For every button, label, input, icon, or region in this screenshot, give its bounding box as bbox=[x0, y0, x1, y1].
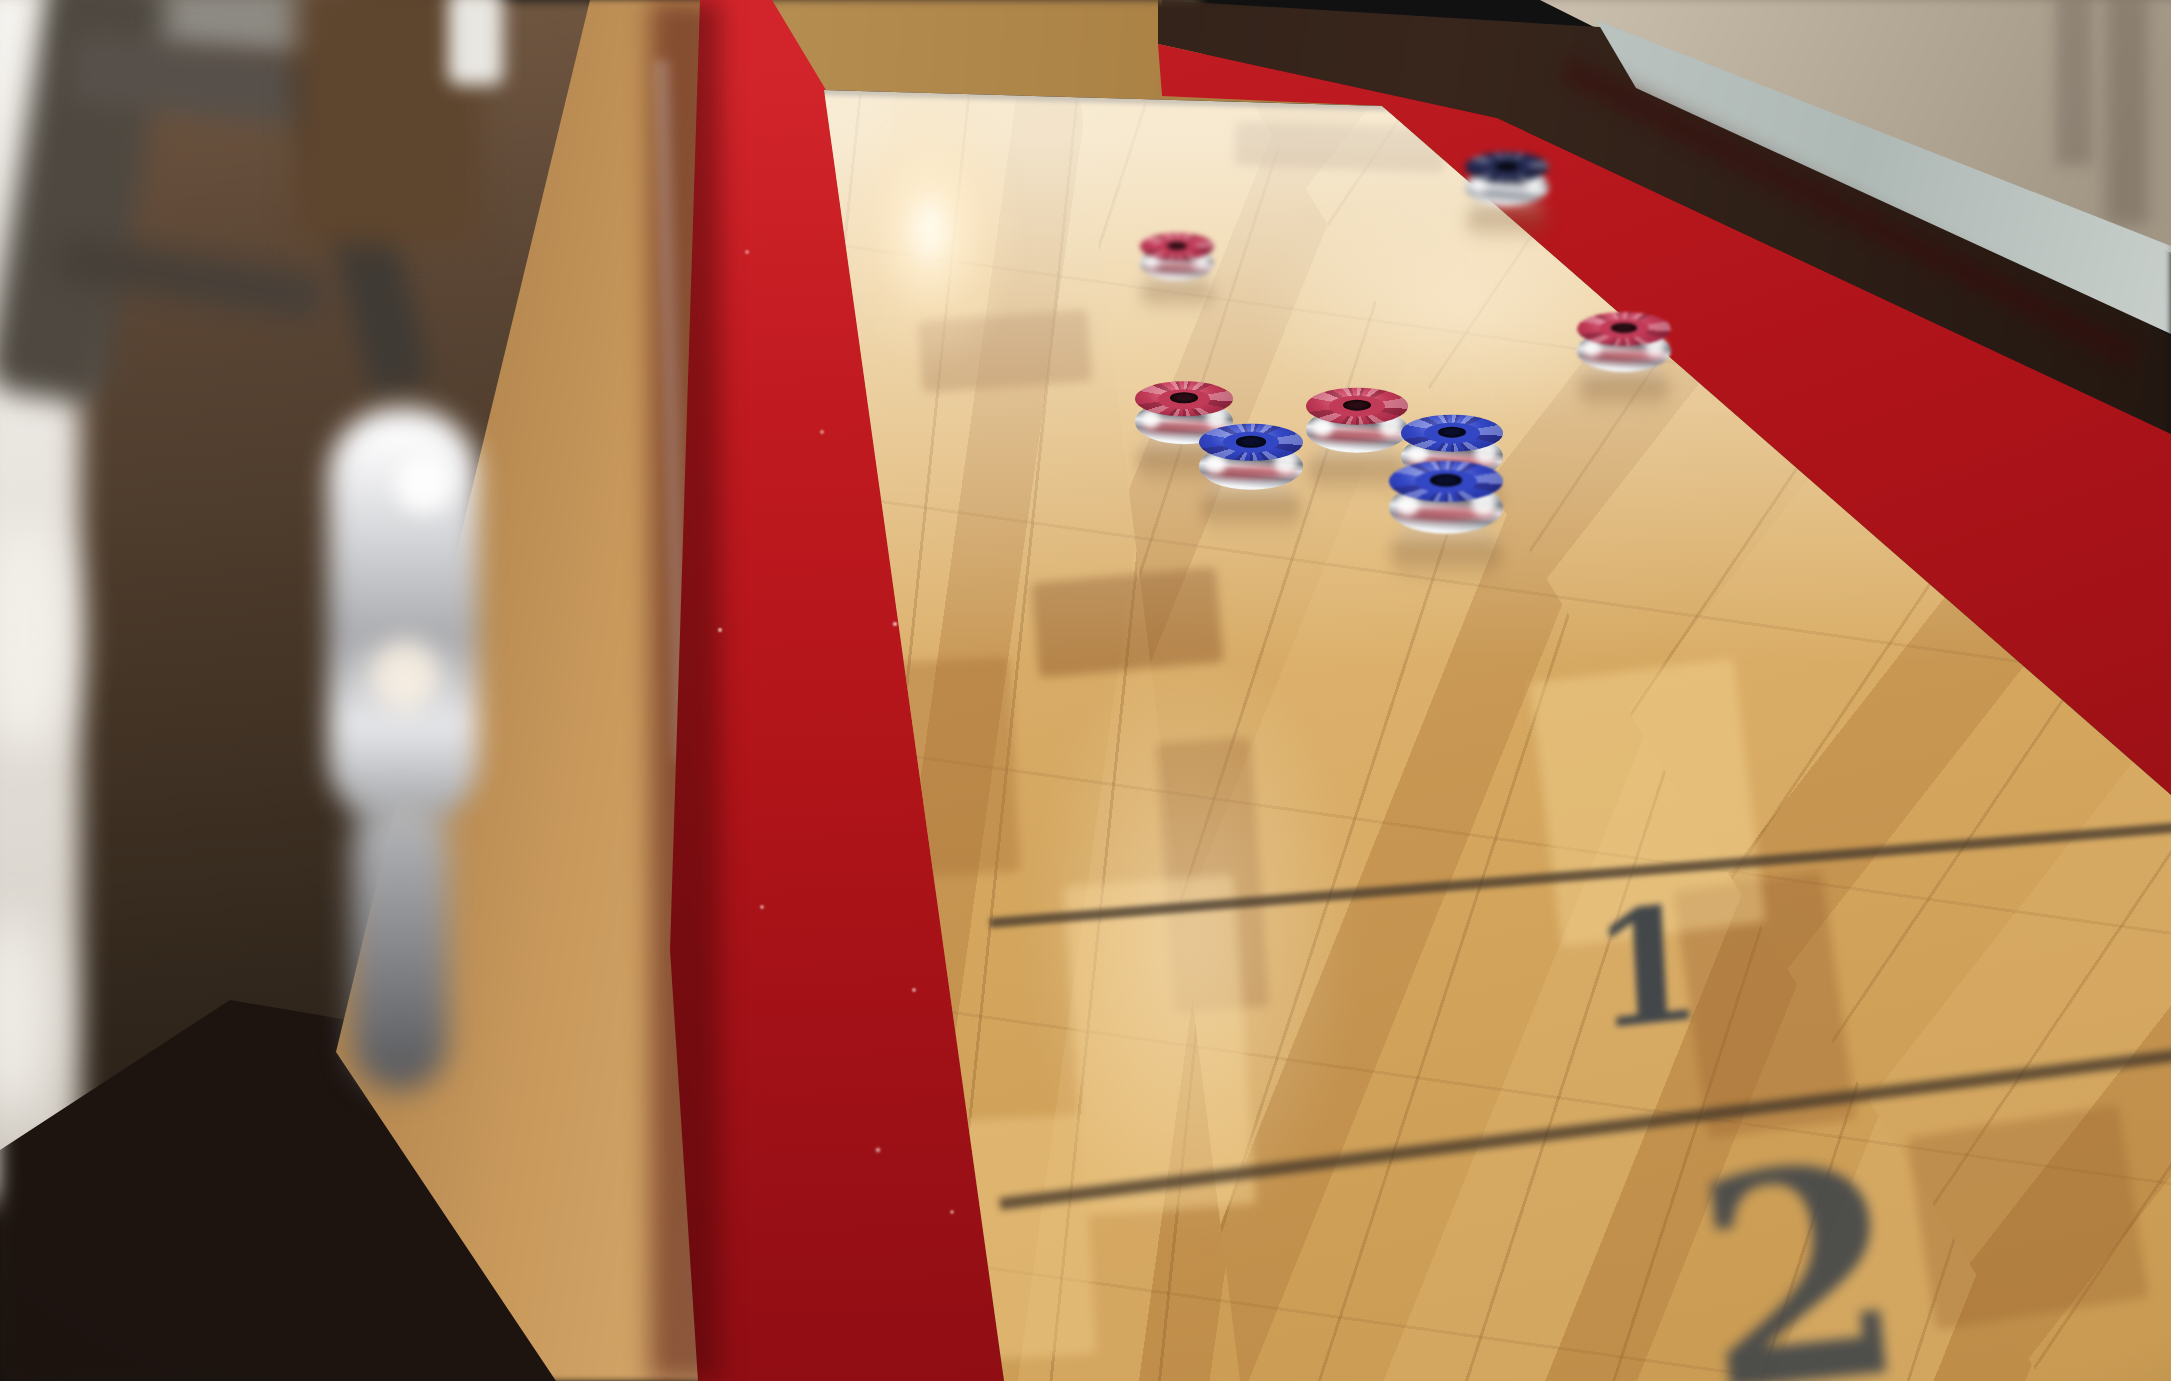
puck-red-right-edge bbox=[1577, 312, 1671, 385]
puck-center-hole bbox=[1495, 162, 1519, 171]
puck-center-hole bbox=[1438, 427, 1467, 438]
puck-blue-cluster-front bbox=[1389, 461, 1503, 550]
puck-blue-cluster-left bbox=[1199, 424, 1303, 505]
bokeh-highlight bbox=[370, 640, 440, 710]
bokeh-highlight bbox=[395, 455, 453, 513]
puck-center-hole bbox=[1343, 400, 1372, 411]
shuffleboard-photo-scene: 1 2 bbox=[0, 0, 2171, 1381]
puck-center-hole bbox=[1236, 436, 1265, 447]
pucks-layer bbox=[0, 0, 2171, 1381]
puck-center-hole bbox=[1430, 474, 1462, 486]
foreground-chrome-leg-blur bbox=[352, 800, 448, 1090]
puck-blue-gutter bbox=[1465, 152, 1549, 218]
puck-center-hole bbox=[1167, 242, 1188, 250]
puck-red-far bbox=[1140, 233, 1214, 291]
puck-center-hole bbox=[1170, 393, 1197, 404]
puck-red-cluster-right bbox=[1306, 388, 1408, 468]
